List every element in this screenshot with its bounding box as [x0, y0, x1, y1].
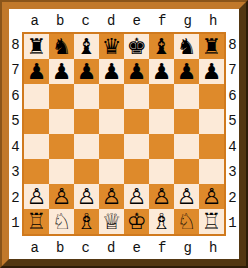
piece-black-knight-b8[interactable]: ♞ [52, 34, 72, 59]
piece-white-king-e1[interactable]: ♔ [127, 209, 147, 234]
board: ♜♞♝♛♚♝♞♜♟♟♟♟♟♟♟♟♙♙♙♙♙♙♙♙♖♘♗♕♔♗♘♖ [22, 32, 226, 236]
square-g4[interactable] [174, 134, 199, 159]
piece-black-pawn-c7[interactable]: ♟ [77, 59, 97, 84]
square-g5[interactable] [174, 109, 199, 134]
square-e8[interactable]: ♚ [124, 34, 149, 59]
square-a4[interactable] [24, 134, 49, 159]
file-label-g-bottom: g [175, 241, 201, 255]
board-inner-area: abcdefgh 87654321 ♜♞♝♛♚♝♞♜♟♟♟♟♟♟♟♟♙♙♙♙♙♙… [9, 9, 239, 259]
piece-black-pawn-b7[interactable]: ♟ [52, 59, 72, 84]
file-label-h-top: h [201, 14, 227, 28]
piece-white-pawn-h2[interactable]: ♙ [202, 184, 222, 209]
square-g2[interactable]: ♙ [174, 184, 199, 209]
square-c3[interactable] [74, 159, 99, 184]
square-c7[interactable]: ♟ [74, 59, 99, 84]
piece-black-pawn-e7[interactable]: ♟ [127, 59, 147, 84]
piece-white-pawn-c2[interactable]: ♙ [77, 184, 97, 209]
rank-label-6-right: 6 [226, 83, 239, 109]
square-a6[interactable] [24, 84, 49, 109]
square-g1[interactable]: ♘ [174, 209, 199, 234]
square-f6[interactable] [149, 84, 174, 109]
square-g7[interactable]: ♟ [174, 59, 199, 84]
square-f1[interactable]: ♗ [149, 209, 174, 234]
square-h4[interactable] [199, 134, 224, 159]
square-b2[interactable]: ♙ [49, 184, 74, 209]
piece-white-bishop-c1[interactable]: ♗ [77, 209, 97, 234]
square-g8[interactable]: ♞ [174, 34, 199, 59]
square-h7[interactable]: ♟ [199, 59, 224, 84]
square-c2[interactable]: ♙ [74, 184, 99, 209]
square-e5[interactable] [124, 109, 149, 134]
square-a5[interactable] [24, 109, 49, 134]
square-h2[interactable]: ♙ [199, 184, 224, 209]
rank-label-1-left: 1 [9, 211, 22, 237]
piece-black-bishop-f8[interactable]: ♝ [152, 34, 172, 59]
rank-label-4-left: 4 [9, 134, 22, 160]
piece-black-king-e8[interactable]: ♚ [127, 34, 147, 59]
file-label-d-bottom: d [99, 241, 125, 255]
piece-white-pawn-b2[interactable]: ♙ [52, 184, 72, 209]
file-label-c-top: c [73, 14, 99, 28]
piece-white-queen-d1[interactable]: ♕ [102, 209, 122, 234]
rank-label-5-left: 5 [9, 109, 22, 135]
file-labels-bottom: abcdefgh [22, 236, 226, 259]
square-c1[interactable]: ♗ [74, 209, 99, 234]
square-e4[interactable] [124, 134, 149, 159]
piece-white-rook-h1[interactable]: ♖ [202, 209, 222, 234]
square-f5[interactable] [149, 109, 174, 134]
rank-label-7-left: 7 [9, 58, 22, 84]
square-d3[interactable] [99, 159, 124, 184]
square-d5[interactable] [99, 109, 124, 134]
file-label-f-bottom: f [150, 241, 176, 255]
square-f8[interactable]: ♝ [149, 34, 174, 59]
square-b5[interactable] [49, 109, 74, 134]
piece-black-bishop-c8[interactable]: ♝ [77, 34, 97, 59]
file-label-c-bottom: c [73, 241, 99, 255]
square-a3[interactable] [24, 159, 49, 184]
square-a7[interactable]: ♟ [24, 59, 49, 84]
square-a1[interactable]: ♖ [24, 209, 49, 234]
file-label-d-top: d [99, 14, 125, 28]
piece-white-bishop-f1[interactable]: ♗ [152, 209, 172, 234]
square-b8[interactable]: ♞ [49, 34, 74, 59]
square-d2[interactable]: ♙ [99, 184, 124, 209]
file-label-b-bottom: b [48, 241, 74, 255]
piece-white-pawn-d2[interactable]: ♙ [102, 184, 122, 209]
square-f4[interactable] [149, 134, 174, 159]
square-e6[interactable] [124, 84, 149, 109]
rank-label-1-right: 1 [226, 211, 239, 237]
square-h1[interactable]: ♖ [199, 209, 224, 234]
square-f3[interactable] [149, 159, 174, 184]
rank-label-8-left: 8 [9, 32, 22, 58]
file-label-h-bottom: h [201, 241, 227, 255]
square-c8[interactable]: ♝ [74, 34, 99, 59]
rank-label-8-right: 8 [226, 32, 239, 58]
square-d4[interactable] [99, 134, 124, 159]
square-f2[interactable]: ♙ [149, 184, 174, 209]
rank-label-7-right: 7 [226, 58, 239, 84]
piece-white-knight-b1[interactable]: ♘ [52, 209, 72, 234]
square-a2[interactable]: ♙ [24, 184, 49, 209]
square-d7[interactable]: ♟ [99, 59, 124, 84]
piece-black-pawn-h7[interactable]: ♟ [202, 59, 222, 84]
square-d8[interactable]: ♛ [99, 34, 124, 59]
rank-label-5-right: 5 [226, 109, 239, 135]
square-h8[interactable]: ♜ [199, 34, 224, 59]
piece-white-rook-a1[interactable]: ♖ [27, 209, 47, 234]
square-e1[interactable]: ♔ [124, 209, 149, 234]
square-e2[interactable]: ♙ [124, 184, 149, 209]
square-g3[interactable] [174, 159, 199, 184]
piece-black-queen-d8[interactable]: ♛ [102, 34, 122, 59]
file-label-e-bottom: e [124, 241, 150, 255]
piece-black-pawn-f7[interactable]: ♟ [152, 59, 172, 84]
piece-white-knight-g1[interactable]: ♘ [177, 209, 197, 234]
rank-label-6-left: 6 [9, 83, 22, 109]
piece-black-pawn-d7[interactable]: ♟ [102, 59, 122, 84]
square-e3[interactable] [124, 159, 149, 184]
board-frame: abcdefgh 87654321 ♜♞♝♛♚♝♞♜♟♟♟♟♟♟♟♟♙♙♙♙♙♙… [2, 2, 246, 266]
rank-label-3-left: 3 [9, 160, 22, 186]
piece-white-pawn-f2[interactable]: ♙ [152, 184, 172, 209]
square-d6[interactable] [99, 84, 124, 109]
chessboard-window: abcdefgh 87654321 ♜♞♝♛♚♝♞♜♟♟♟♟♟♟♟♟♙♙♙♙♙♙… [0, 0, 248, 268]
square-a8[interactable]: ♜ [24, 34, 49, 59]
piece-black-knight-g8[interactable]: ♞ [177, 34, 197, 59]
square-b6[interactable] [49, 84, 74, 109]
rank-label-4-right: 4 [226, 134, 239, 160]
file-label-g-top: g [175, 14, 201, 28]
square-h5[interactable] [199, 109, 224, 134]
square-h3[interactable] [199, 159, 224, 184]
rank-labels-left: 87654321 [9, 32, 22, 236]
file-label-a-top: a [22, 14, 48, 28]
file-labels-top: abcdefgh [22, 9, 226, 32]
square-c5[interactable] [74, 109, 99, 134]
piece-white-pawn-a2[interactable]: ♙ [27, 184, 47, 209]
rank-label-2-left: 2 [9, 185, 22, 211]
piece-white-pawn-e2[interactable]: ♙ [127, 184, 147, 209]
square-b7[interactable]: ♟ [49, 59, 74, 84]
square-c6[interactable] [74, 84, 99, 109]
file-label-b-top: b [48, 14, 74, 28]
square-e7[interactable]: ♟ [124, 59, 149, 84]
rank-labels-right: 87654321 [226, 32, 239, 236]
square-g6[interactable] [174, 84, 199, 109]
piece-black-pawn-g7[interactable]: ♟ [177, 59, 197, 84]
file-label-a-bottom: a [22, 241, 48, 255]
file-label-e-top: e [124, 14, 150, 28]
rank-label-3-right: 3 [226, 160, 239, 186]
square-d1[interactable]: ♕ [99, 209, 124, 234]
square-c4[interactable] [74, 134, 99, 159]
piece-black-rook-a8[interactable]: ♜ [27, 34, 47, 59]
square-b3[interactable] [49, 159, 74, 184]
square-b1[interactable]: ♘ [49, 209, 74, 234]
piece-white-pawn-g2[interactable]: ♙ [177, 184, 197, 209]
rank-label-2-right: 2 [226, 185, 239, 211]
piece-black-rook-h8[interactable]: ♜ [202, 34, 222, 59]
square-f7[interactable]: ♟ [149, 59, 174, 84]
square-h6[interactable] [199, 84, 224, 109]
piece-black-pawn-a7[interactable]: ♟ [27, 59, 47, 84]
square-b4[interactable] [49, 134, 74, 159]
file-label-f-top: f [150, 14, 176, 28]
